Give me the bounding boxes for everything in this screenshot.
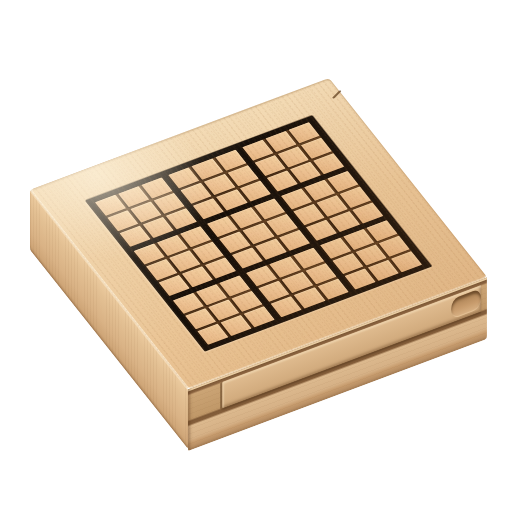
- wood-grain-mark: [332, 90, 342, 99]
- sudoku-grid: [85, 115, 432, 351]
- sudoku-board: [0, 0, 527, 527]
- product-photo-scene: [0, 0, 527, 527]
- drawer-finger-notch[interactable]: [451, 288, 481, 319]
